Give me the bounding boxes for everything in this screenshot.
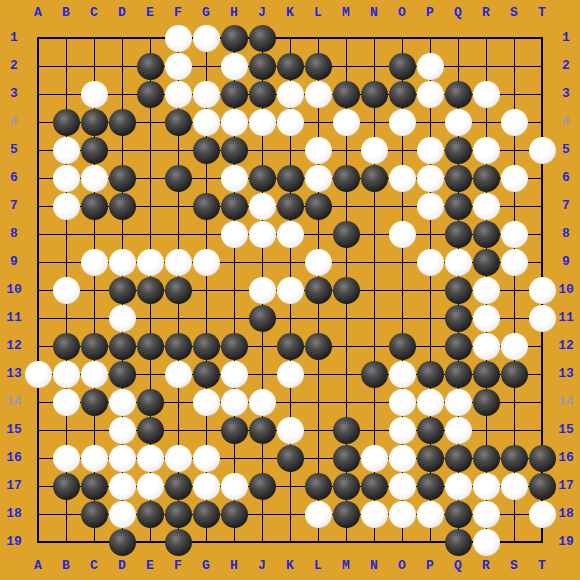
board-point-H2[interactable] [220, 52, 248, 80]
board-point-R17[interactable] [472, 472, 500, 500]
board-point-F14[interactable] [164, 388, 192, 416]
board-point-J17[interactable] [248, 472, 276, 500]
board-point-F3[interactable] [164, 80, 192, 108]
board-point-D15[interactable] [108, 416, 136, 444]
board-point-H3[interactable] [220, 80, 248, 108]
board-point-F7[interactable] [164, 192, 192, 220]
board-point-E12[interactable] [136, 332, 164, 360]
board-point-R4[interactable] [472, 108, 500, 136]
board-point-J11[interactable] [248, 304, 276, 332]
board-point-M11[interactable] [332, 304, 360, 332]
board-point-P10[interactable] [416, 276, 444, 304]
board-point-C17[interactable] [80, 472, 108, 500]
board-point-Q7[interactable] [444, 192, 472, 220]
board-point-Q13[interactable] [444, 360, 472, 388]
board-point-F8[interactable] [164, 220, 192, 248]
board-point-B19[interactable] [52, 528, 80, 556]
board-point-S8[interactable] [500, 220, 528, 248]
board-point-C9[interactable] [80, 248, 108, 276]
board-point-N17[interactable] [360, 472, 388, 500]
board-point-B8[interactable] [52, 220, 80, 248]
board-point-M6[interactable] [332, 164, 360, 192]
board-point-Q15[interactable] [444, 416, 472, 444]
board-point-B17[interactable] [52, 472, 80, 500]
board-point-S4[interactable] [500, 108, 528, 136]
board-point-N18[interactable] [360, 500, 388, 528]
board-point-J10[interactable] [248, 276, 276, 304]
board-point-K19[interactable] [276, 528, 304, 556]
board-point-F13[interactable] [164, 360, 192, 388]
board-point-C19[interactable] [80, 528, 108, 556]
board-point-L2[interactable] [304, 52, 332, 80]
board-point-K3[interactable] [276, 80, 304, 108]
board-point-Q4[interactable] [444, 108, 472, 136]
board-point-Q16[interactable] [444, 444, 472, 472]
board-point-P19[interactable] [416, 528, 444, 556]
board-point-D18[interactable] [108, 500, 136, 528]
board-point-C7[interactable] [80, 192, 108, 220]
board-point-Q8[interactable] [444, 220, 472, 248]
board-point-H13[interactable] [220, 360, 248, 388]
board-point-P4[interactable] [416, 108, 444, 136]
board-point-H11[interactable] [220, 304, 248, 332]
board-point-J18[interactable] [248, 500, 276, 528]
board-point-K1[interactable] [276, 24, 304, 52]
board-point-S12[interactable] [500, 332, 528, 360]
board-point-T1[interactable] [528, 24, 556, 52]
board-point-N7[interactable] [360, 192, 388, 220]
board-point-Q11[interactable] [444, 304, 472, 332]
board-point-L14[interactable] [304, 388, 332, 416]
board-point-P1[interactable] [416, 24, 444, 52]
board-point-S19[interactable] [500, 528, 528, 556]
board-point-E16[interactable] [136, 444, 164, 472]
board-point-E17[interactable] [136, 472, 164, 500]
board-point-C5[interactable] [80, 136, 108, 164]
board-point-C2[interactable] [80, 52, 108, 80]
board-point-N10[interactable] [360, 276, 388, 304]
board-point-K6[interactable] [276, 164, 304, 192]
board-point-D16[interactable] [108, 444, 136, 472]
board-point-B18[interactable] [52, 500, 80, 528]
board-point-N2[interactable] [360, 52, 388, 80]
board-point-J1[interactable] [248, 24, 276, 52]
board-point-F6[interactable] [164, 164, 192, 192]
board-point-A4[interactable] [24, 108, 52, 136]
board-point-E3[interactable] [136, 80, 164, 108]
board-point-Q5[interactable] [444, 136, 472, 164]
board-point-P16[interactable] [416, 444, 444, 472]
board-point-E14[interactable] [136, 388, 164, 416]
board-point-L16[interactable] [304, 444, 332, 472]
board-point-O18[interactable] [388, 500, 416, 528]
board-point-O19[interactable] [388, 528, 416, 556]
board-point-Q10[interactable] [444, 276, 472, 304]
board-point-N13[interactable] [360, 360, 388, 388]
board-point-G11[interactable] [192, 304, 220, 332]
board-point-R1[interactable] [472, 24, 500, 52]
board-point-K10[interactable] [276, 276, 304, 304]
board-point-G10[interactable] [192, 276, 220, 304]
board-point-D2[interactable] [108, 52, 136, 80]
board-point-D4[interactable] [108, 108, 136, 136]
board-point-O12[interactable] [388, 332, 416, 360]
board-point-M5[interactable] [332, 136, 360, 164]
board-point-P15[interactable] [416, 416, 444, 444]
board-point-G9[interactable] [192, 248, 220, 276]
board-point-R7[interactable] [472, 192, 500, 220]
board-point-O10[interactable] [388, 276, 416, 304]
board-point-N6[interactable] [360, 164, 388, 192]
board-point-Q18[interactable] [444, 500, 472, 528]
board-point-E1[interactable] [136, 24, 164, 52]
board-point-F12[interactable] [164, 332, 192, 360]
board-point-R11[interactable] [472, 304, 500, 332]
board-point-F2[interactable] [164, 52, 192, 80]
board-point-O1[interactable] [388, 24, 416, 52]
board-point-O2[interactable] [388, 52, 416, 80]
board-point-S14[interactable] [500, 388, 528, 416]
board-point-F1[interactable] [164, 24, 192, 52]
board-point-D6[interactable] [108, 164, 136, 192]
board-point-E2[interactable] [136, 52, 164, 80]
board-point-Q9[interactable] [444, 248, 472, 276]
board-point-R2[interactable] [472, 52, 500, 80]
board-point-S9[interactable] [500, 248, 528, 276]
board-point-M17[interactable] [332, 472, 360, 500]
board-point-J4[interactable] [248, 108, 276, 136]
board-point-C3[interactable] [80, 80, 108, 108]
board-point-C1[interactable] [80, 24, 108, 52]
board-point-H15[interactable] [220, 416, 248, 444]
board-point-E5[interactable] [136, 136, 164, 164]
board-point-J19[interactable] [248, 528, 276, 556]
board-point-D9[interactable] [108, 248, 136, 276]
board-point-G7[interactable] [192, 192, 220, 220]
board-point-M7[interactable] [332, 192, 360, 220]
board-point-M3[interactable] [332, 80, 360, 108]
board-point-N15[interactable] [360, 416, 388, 444]
board-point-T6[interactable] [528, 164, 556, 192]
board-point-T17[interactable] [528, 472, 556, 500]
board-point-E9[interactable] [136, 248, 164, 276]
board-point-R15[interactable] [472, 416, 500, 444]
board-point-T5[interactable] [528, 136, 556, 164]
board-point-L5[interactable] [304, 136, 332, 164]
board-point-B12[interactable] [52, 332, 80, 360]
board-point-E6[interactable] [136, 164, 164, 192]
board-point-H16[interactable] [220, 444, 248, 472]
board-point-O13[interactable] [388, 360, 416, 388]
board-point-M12[interactable] [332, 332, 360, 360]
board-point-N14[interactable] [360, 388, 388, 416]
board-point-D8[interactable] [108, 220, 136, 248]
board-point-H7[interactable] [220, 192, 248, 220]
board-point-F11[interactable] [164, 304, 192, 332]
board-point-F9[interactable] [164, 248, 192, 276]
board-point-A14[interactable] [24, 388, 52, 416]
board-point-M10[interactable] [332, 276, 360, 304]
board-point-B2[interactable] [52, 52, 80, 80]
board-point-D1[interactable] [108, 24, 136, 52]
board-point-K4[interactable] [276, 108, 304, 136]
board-point-R14[interactable] [472, 388, 500, 416]
board-point-H8[interactable] [220, 220, 248, 248]
board-point-D5[interactable] [108, 136, 136, 164]
board-point-N4[interactable] [360, 108, 388, 136]
board-point-B14[interactable] [52, 388, 80, 416]
board-point-M15[interactable] [332, 416, 360, 444]
board-point-G16[interactable] [192, 444, 220, 472]
board-point-Q6[interactable] [444, 164, 472, 192]
board-point-E18[interactable] [136, 500, 164, 528]
board-point-M16[interactable] [332, 444, 360, 472]
board-point-E15[interactable] [136, 416, 164, 444]
board-point-A7[interactable] [24, 192, 52, 220]
board-point-R18[interactable] [472, 500, 500, 528]
board-point-J15[interactable] [248, 416, 276, 444]
board-point-E7[interactable] [136, 192, 164, 220]
board-point-R13[interactable] [472, 360, 500, 388]
board-point-B9[interactable] [52, 248, 80, 276]
board-point-G5[interactable] [192, 136, 220, 164]
board-point-C8[interactable] [80, 220, 108, 248]
board-point-S15[interactable] [500, 416, 528, 444]
board-point-T15[interactable] [528, 416, 556, 444]
board-point-L9[interactable] [304, 248, 332, 276]
board-point-H18[interactable] [220, 500, 248, 528]
board-point-S7[interactable] [500, 192, 528, 220]
board-point-A11[interactable] [24, 304, 52, 332]
board-point-C10[interactable] [80, 276, 108, 304]
board-point-A9[interactable] [24, 248, 52, 276]
board-point-B10[interactable] [52, 276, 80, 304]
board-point-J8[interactable] [248, 220, 276, 248]
board-point-D10[interactable] [108, 276, 136, 304]
board-point-B11[interactable] [52, 304, 80, 332]
board-point-D12[interactable] [108, 332, 136, 360]
board-point-D14[interactable] [108, 388, 136, 416]
board-point-L8[interactable] [304, 220, 332, 248]
board-point-O17[interactable] [388, 472, 416, 500]
board-point-J7[interactable] [248, 192, 276, 220]
board-point-G3[interactable] [192, 80, 220, 108]
board-point-T19[interactable] [528, 528, 556, 556]
board-point-F19[interactable] [164, 528, 192, 556]
board-point-O6[interactable] [388, 164, 416, 192]
board-point-S10[interactable] [500, 276, 528, 304]
board-point-E4[interactable] [136, 108, 164, 136]
board-point-K2[interactable] [276, 52, 304, 80]
board-point-T12[interactable] [528, 332, 556, 360]
board-point-L10[interactable] [304, 276, 332, 304]
board-point-L19[interactable] [304, 528, 332, 556]
board-point-D17[interactable] [108, 472, 136, 500]
board-point-J14[interactable] [248, 388, 276, 416]
board-point-A8[interactable] [24, 220, 52, 248]
board-point-R16[interactable] [472, 444, 500, 472]
board-point-J5[interactable] [248, 136, 276, 164]
board-point-B1[interactable] [52, 24, 80, 52]
board-point-O16[interactable] [388, 444, 416, 472]
board-point-T9[interactable] [528, 248, 556, 276]
board-point-S3[interactable] [500, 80, 528, 108]
board-point-T3[interactable] [528, 80, 556, 108]
board-point-T10[interactable] [528, 276, 556, 304]
board-point-C12[interactable] [80, 332, 108, 360]
board-point-K9[interactable] [276, 248, 304, 276]
board-point-Q14[interactable] [444, 388, 472, 416]
board-point-G14[interactable] [192, 388, 220, 416]
board-point-O15[interactable] [388, 416, 416, 444]
board-point-E10[interactable] [136, 276, 164, 304]
board-point-D3[interactable] [108, 80, 136, 108]
board-point-A16[interactable] [24, 444, 52, 472]
board-point-L11[interactable] [304, 304, 332, 332]
board-point-S5[interactable] [500, 136, 528, 164]
board-point-G15[interactable] [192, 416, 220, 444]
board-point-H9[interactable] [220, 248, 248, 276]
board-point-A17[interactable] [24, 472, 52, 500]
board-point-H10[interactable] [220, 276, 248, 304]
board-point-L18[interactable] [304, 500, 332, 528]
board-point-M19[interactable] [332, 528, 360, 556]
board-point-P9[interactable] [416, 248, 444, 276]
board-point-A3[interactable] [24, 80, 52, 108]
board-point-N1[interactable] [360, 24, 388, 52]
board-point-L17[interactable] [304, 472, 332, 500]
board-point-B13[interactable] [52, 360, 80, 388]
board-point-K12[interactable] [276, 332, 304, 360]
board-point-K18[interactable] [276, 500, 304, 528]
board-point-G6[interactable] [192, 164, 220, 192]
board-point-S11[interactable] [500, 304, 528, 332]
board-point-S2[interactable] [500, 52, 528, 80]
board-point-M8[interactable] [332, 220, 360, 248]
board-point-K15[interactable] [276, 416, 304, 444]
board-point-M18[interactable] [332, 500, 360, 528]
board-point-K8[interactable] [276, 220, 304, 248]
board-point-M2[interactable] [332, 52, 360, 80]
board-point-R6[interactable] [472, 164, 500, 192]
board-point-D19[interactable] [108, 528, 136, 556]
board-point-M1[interactable] [332, 24, 360, 52]
board-point-K11[interactable] [276, 304, 304, 332]
board-point-H6[interactable] [220, 164, 248, 192]
board-point-Q19[interactable] [444, 528, 472, 556]
board-point-M13[interactable] [332, 360, 360, 388]
board-point-G1[interactable] [192, 24, 220, 52]
board-point-H17[interactable] [220, 472, 248, 500]
board-point-G12[interactable] [192, 332, 220, 360]
board-point-S16[interactable] [500, 444, 528, 472]
board-point-P3[interactable] [416, 80, 444, 108]
board-point-R12[interactable] [472, 332, 500, 360]
board-point-A18[interactable] [24, 500, 52, 528]
board-point-D11[interactable] [108, 304, 136, 332]
board-point-N8[interactable] [360, 220, 388, 248]
board-point-S13[interactable] [500, 360, 528, 388]
board-point-P11[interactable] [416, 304, 444, 332]
board-point-P13[interactable] [416, 360, 444, 388]
board-point-H19[interactable] [220, 528, 248, 556]
board-point-F18[interactable] [164, 500, 192, 528]
board-point-F15[interactable] [164, 416, 192, 444]
board-point-Q17[interactable] [444, 472, 472, 500]
board-point-E13[interactable] [136, 360, 164, 388]
board-point-E11[interactable] [136, 304, 164, 332]
board-point-B3[interactable] [52, 80, 80, 108]
board-point-L7[interactable] [304, 192, 332, 220]
board-point-H14[interactable] [220, 388, 248, 416]
board-point-T8[interactable] [528, 220, 556, 248]
board-point-M4[interactable] [332, 108, 360, 136]
board-point-K17[interactable] [276, 472, 304, 500]
board-point-R9[interactable] [472, 248, 500, 276]
board-point-P18[interactable] [416, 500, 444, 528]
board-point-F16[interactable] [164, 444, 192, 472]
board-point-G17[interactable] [192, 472, 220, 500]
board-point-N3[interactable] [360, 80, 388, 108]
board-point-L3[interactable] [304, 80, 332, 108]
board-point-H4[interactable] [220, 108, 248, 136]
board-point-S6[interactable] [500, 164, 528, 192]
board-point-H1[interactable] [220, 24, 248, 52]
board-point-T11[interactable] [528, 304, 556, 332]
board-point-C11[interactable] [80, 304, 108, 332]
board-point-J16[interactable] [248, 444, 276, 472]
board-point-E8[interactable] [136, 220, 164, 248]
board-point-L4[interactable] [304, 108, 332, 136]
board-point-N5[interactable] [360, 136, 388, 164]
board-point-O9[interactable] [388, 248, 416, 276]
board-point-A13[interactable] [24, 360, 52, 388]
board-point-K16[interactable] [276, 444, 304, 472]
board-point-P7[interactable] [416, 192, 444, 220]
board-point-C4[interactable] [80, 108, 108, 136]
board-point-D13[interactable] [108, 360, 136, 388]
board-point-N12[interactable] [360, 332, 388, 360]
board-point-Q2[interactable] [444, 52, 472, 80]
board-point-L15[interactable] [304, 416, 332, 444]
board-point-O11[interactable] [388, 304, 416, 332]
board-point-J12[interactable] [248, 332, 276, 360]
board-point-S1[interactable] [500, 24, 528, 52]
board-point-A19[interactable] [24, 528, 52, 556]
board-point-T7[interactable] [528, 192, 556, 220]
board-point-L1[interactable] [304, 24, 332, 52]
board-point-N9[interactable] [360, 248, 388, 276]
board-point-A12[interactable] [24, 332, 52, 360]
board-point-G13[interactable] [192, 360, 220, 388]
board-point-F10[interactable] [164, 276, 192, 304]
board-point-O4[interactable] [388, 108, 416, 136]
board-point-C16[interactable] [80, 444, 108, 472]
board-point-L6[interactable] [304, 164, 332, 192]
board-point-P12[interactable] [416, 332, 444, 360]
board-point-T4[interactable] [528, 108, 556, 136]
board-point-M9[interactable] [332, 248, 360, 276]
board-point-C15[interactable] [80, 416, 108, 444]
board-point-K7[interactable] [276, 192, 304, 220]
board-point-Q1[interactable] [444, 24, 472, 52]
board-point-A2[interactable] [24, 52, 52, 80]
board-point-B5[interactable] [52, 136, 80, 164]
board-point-N11[interactable] [360, 304, 388, 332]
board-point-O3[interactable] [388, 80, 416, 108]
board-point-H12[interactable] [220, 332, 248, 360]
board-point-J2[interactable] [248, 52, 276, 80]
